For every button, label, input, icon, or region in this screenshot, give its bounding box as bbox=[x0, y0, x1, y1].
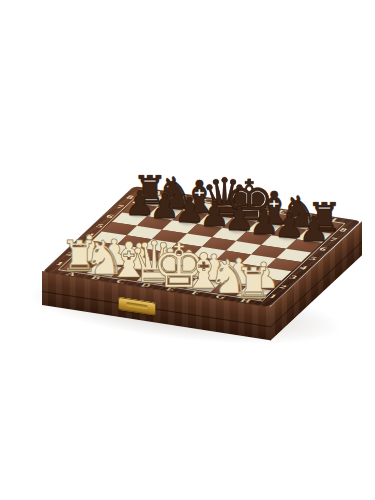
piece-glyph: ♟ bbox=[299, 212, 330, 246]
scene: ABCDEFGH ABCDEFGH 87654321 87654321 ♜♞♝♛… bbox=[0, 0, 375, 500]
brass-clasp bbox=[118, 297, 156, 316]
piece-glyph: ♜ bbox=[235, 262, 273, 305]
